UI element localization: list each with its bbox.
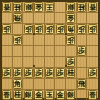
square-79[interactable]: 銀 — [23, 90, 34, 100]
square-51[interactable]: 王 — [45, 2, 56, 13]
piece-gote-fu[interactable]: 歩 — [13, 35, 22, 45]
piece-sente-kyosha[interactable]: 香 — [2, 90, 11, 100]
piece-sente-keima[interactable]: 桂 — [13, 90, 22, 100]
board-grid: 香桂銀金王銀桂香飛金歩歩歩歩歩角歩歩歩歩歩歩歩歩歩歩歩歩桂歩角飛香桂銀金玉金銀香 — [2, 2, 98, 98]
piece-gote-gin[interactable]: 銀 — [66, 2, 75, 12]
square-56[interactable] — [45, 57, 56, 68]
square-66[interactable] — [34, 57, 45, 68]
square-69[interactable]: 金 — [34, 90, 45, 100]
square-59[interactable]: 玉 — [45, 90, 56, 100]
square-26[interactable] — [77, 57, 88, 68]
square-19[interactable]: 香 — [87, 90, 98, 100]
square-55[interactable] — [45, 46, 56, 57]
square-13[interactable]: 歩 — [87, 24, 98, 35]
square-47[interactable]: 歩 — [55, 68, 66, 79]
square-91[interactable]: 香 — [2, 2, 13, 13]
square-88[interactable]: 角 — [13, 79, 24, 90]
piece-gote-kin[interactable]: 金 — [66, 13, 75, 23]
square-34[interactable]: 歩 — [66, 35, 77, 46]
piece-gote-fu[interactable]: 歩 — [77, 24, 86, 34]
square-71[interactable]: 銀 — [23, 2, 34, 13]
piece-sente-fu[interactable]: 歩 — [66, 57, 75, 67]
square-77[interactable]: 歩 — [23, 68, 34, 79]
piece-sente-gin[interactable]: 銀 — [24, 90, 33, 100]
piece-gote-kyosha[interactable]: 香 — [88, 2, 97, 12]
piece-sente-fu[interactable]: 歩 — [24, 68, 33, 78]
shogi-board: 香桂銀金王銀桂香飛金歩歩歩歩歩角歩歩歩歩歩歩歩歩歩歩歩歩桂歩角飛香桂銀金玉金銀香 — [0, 0, 100, 100]
square-86[interactable] — [13, 57, 24, 68]
square-96[interactable] — [2, 57, 13, 68]
square-35[interactable] — [66, 46, 77, 57]
square-21[interactable]: 桂 — [77, 2, 88, 13]
square-25[interactable]: 歩 — [77, 46, 88, 57]
star-point — [65, 33, 67, 35]
square-87[interactable]: 歩 — [13, 68, 24, 79]
square-38[interactable] — [66, 79, 77, 90]
square-32[interactable]: 金 — [66, 13, 77, 24]
square-18[interactable] — [87, 79, 98, 90]
square-81[interactable]: 桂 — [13, 2, 24, 13]
square-82[interactable]: 飛 — [13, 13, 24, 24]
square-93[interactable]: 歩 — [2, 24, 13, 35]
piece-gote-gin[interactable]: 銀 — [24, 2, 33, 12]
piece-gote-fu[interactable]: 歩 — [56, 24, 65, 34]
piece-sente-kaku[interactable]: 角 — [13, 79, 22, 89]
square-12[interactable] — [87, 13, 98, 24]
square-98[interactable] — [2, 79, 13, 90]
square-75[interactable] — [23, 46, 34, 57]
square-29[interactable] — [77, 90, 88, 100]
square-92[interactable] — [2, 13, 13, 24]
square-83[interactable] — [13, 24, 24, 35]
square-58[interactable] — [45, 79, 56, 90]
piece-gote-kin[interactable]: 金 — [34, 2, 43, 12]
square-85[interactable] — [13, 46, 24, 57]
square-39[interactable]: 銀 — [66, 90, 77, 100]
square-89[interactable]: 桂 — [13, 90, 24, 100]
piece-sente-keima[interactable]: 桂 — [66, 68, 75, 78]
square-14[interactable] — [87, 35, 98, 46]
square-99[interactable]: 香 — [2, 90, 13, 100]
square-24[interactable] — [77, 35, 88, 46]
piece-sente-hisha[interactable]: 飛 — [77, 79, 86, 89]
star-point — [33, 65, 35, 67]
piece-gote-fu[interactable]: 歩 — [88, 24, 97, 34]
square-45[interactable] — [55, 46, 66, 57]
piece-gote-fu[interactable]: 歩 — [34, 24, 43, 34]
square-65[interactable] — [34, 46, 45, 57]
square-44[interactable] — [55, 35, 66, 46]
piece-sente-gyokusho[interactable]: 玉 — [45, 90, 54, 100]
square-68[interactable] — [34, 79, 45, 90]
piece-gote-fu[interactable]: 歩 — [66, 35, 75, 45]
piece-sente-fu[interactable]: 歩 — [88, 68, 97, 78]
square-84[interactable]: 歩 — [13, 35, 24, 46]
piece-gote-keima[interactable]: 桂 — [13, 2, 22, 12]
piece-gote-fu[interactable]: 歩 — [24, 24, 33, 34]
piece-sente-gin[interactable]: 銀 — [66, 90, 75, 100]
square-64[interactable] — [34, 35, 45, 46]
square-57[interactable]: 歩 — [45, 68, 56, 79]
square-74[interactable] — [23, 35, 34, 46]
square-52[interactable] — [45, 13, 56, 24]
square-22[interactable] — [77, 13, 88, 24]
piece-gote-kaku[interactable]: 角 — [66, 24, 75, 34]
square-72[interactable] — [23, 13, 34, 24]
piece-sente-fu[interactable]: 歩 — [45, 68, 54, 78]
square-27[interactable] — [77, 68, 88, 79]
piece-gote-hisha[interactable]: 飛 — [13, 13, 22, 23]
square-48[interactable] — [55, 79, 66, 90]
square-23[interactable]: 歩 — [77, 24, 88, 35]
square-33[interactable]: 角 — [66, 24, 77, 35]
square-61[interactable]: 金 — [34, 2, 45, 13]
piece-sente-fu[interactable]: 歩 — [77, 46, 86, 56]
square-11[interactable]: 香 — [87, 2, 98, 13]
square-36[interactable]: 歩 — [66, 57, 77, 68]
piece-gote-keima[interactable]: 桂 — [77, 2, 86, 12]
square-53[interactable]: 歩 — [45, 24, 56, 35]
square-31[interactable]: 銀 — [66, 2, 77, 13]
square-95[interactable] — [2, 46, 13, 57]
piece-gote-fu[interactable]: 歩 — [45, 24, 54, 34]
piece-gote-osho[interactable]: 王 — [45, 2, 54, 12]
piece-gote-kyosha[interactable]: 香 — [2, 2, 11, 12]
square-42[interactable] — [55, 13, 66, 24]
piece-sente-fu[interactable]: 歩 — [13, 68, 22, 78]
square-63[interactable]: 歩 — [34, 24, 45, 35]
star-point — [33, 33, 35, 35]
square-54[interactable] — [45, 35, 56, 46]
square-17[interactable]: 歩 — [87, 68, 98, 79]
piece-sente-kyosha[interactable]: 香 — [88, 90, 97, 100]
square-49[interactable]: 金 — [55, 90, 66, 100]
piece-sente-fu[interactable]: 歩 — [56, 68, 65, 78]
square-37[interactable]: 桂 — [66, 68, 77, 79]
square-67[interactable]: 歩 — [34, 68, 45, 79]
square-41[interactable] — [55, 2, 66, 13]
star-point — [65, 65, 67, 67]
square-28[interactable]: 飛 — [77, 79, 88, 90]
square-94[interactable] — [2, 35, 13, 46]
square-62[interactable] — [34, 13, 45, 24]
piece-sente-kin[interactable]: 金 — [34, 90, 43, 100]
piece-sente-kin[interactable]: 金 — [56, 90, 65, 100]
square-78[interactable] — [23, 79, 34, 90]
piece-sente-fu[interactable]: 歩 — [34, 68, 43, 78]
square-15[interactable] — [87, 46, 98, 57]
piece-sente-fu[interactable]: 歩 — [2, 68, 11, 78]
square-97[interactable]: 歩 — [2, 68, 13, 79]
piece-gote-fu[interactable]: 歩 — [2, 24, 11, 34]
square-16[interactable] — [87, 57, 98, 68]
